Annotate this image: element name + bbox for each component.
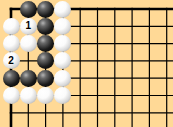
white-stone (54, 35, 71, 52)
white-stone (54, 52, 71, 69)
white-stone (20, 87, 37, 104)
white-stone (20, 35, 37, 52)
black-stone (3, 70, 20, 87)
white-stone (54, 1, 71, 18)
white-stone (37, 87, 54, 104)
white-stone-move-1: 1 (20, 18, 37, 35)
black-stone (20, 70, 37, 87)
screenshot-root: 12 (0, 0, 173, 127)
move-number-label: 2 (8, 56, 14, 66)
white-stone (3, 18, 20, 35)
white-stone (54, 70, 71, 87)
go-board[interactable]: 12 (0, 0, 173, 127)
white-stone (3, 35, 20, 52)
black-stone (37, 18, 54, 35)
move-number-label: 1 (26, 21, 32, 31)
black-stone (37, 35, 54, 52)
white-stone (3, 87, 20, 104)
white-stone (54, 87, 71, 104)
black-stone (37, 1, 54, 18)
black-stone (37, 70, 54, 87)
stones-layer: 12 (0, 0, 173, 127)
white-stone (54, 18, 71, 35)
black-stone (20, 1, 37, 18)
white-stone-move-2: 2 (3, 52, 20, 69)
black-stone (37, 52, 54, 69)
